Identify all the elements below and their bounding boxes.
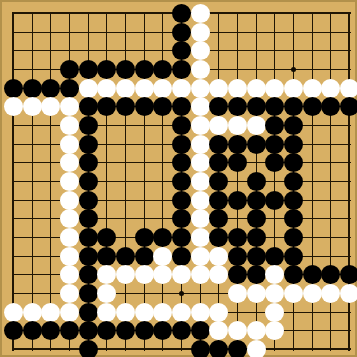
black-stone bbox=[321, 97, 340, 116]
black-stone bbox=[265, 116, 284, 135]
black-stone bbox=[284, 191, 303, 210]
black-stone bbox=[209, 191, 228, 210]
black-stone bbox=[265, 191, 284, 210]
white-stone bbox=[4, 303, 23, 322]
black-stone bbox=[135, 97, 154, 116]
black-stone bbox=[209, 340, 228, 357]
black-stone bbox=[172, 172, 191, 191]
white-stone bbox=[153, 303, 172, 322]
white-stone bbox=[191, 172, 210, 191]
black-stone bbox=[97, 321, 116, 340]
black-stone bbox=[4, 321, 23, 340]
white-stone bbox=[284, 79, 303, 98]
black-stone bbox=[247, 172, 266, 191]
white-stone bbox=[60, 153, 79, 172]
black-stone bbox=[79, 284, 98, 303]
white-stone bbox=[153, 79, 172, 98]
black-stone bbox=[172, 4, 191, 23]
white-stone bbox=[79, 79, 98, 98]
black-stone bbox=[60, 79, 79, 98]
black-stone bbox=[247, 265, 266, 284]
white-stone bbox=[23, 97, 42, 116]
white-stone bbox=[209, 116, 228, 135]
black-stone bbox=[172, 321, 191, 340]
black-stone bbox=[284, 228, 303, 247]
black-stone bbox=[79, 265, 98, 284]
black-stone bbox=[172, 116, 191, 135]
black-stone bbox=[79, 191, 98, 210]
white-stone bbox=[191, 209, 210, 228]
white-stone bbox=[97, 303, 116, 322]
white-stone bbox=[116, 79, 135, 98]
black-stone bbox=[153, 228, 172, 247]
black-stone bbox=[303, 97, 322, 116]
black-stone bbox=[116, 60, 135, 79]
white-stone bbox=[209, 79, 228, 98]
black-stone bbox=[79, 153, 98, 172]
white-stone bbox=[191, 116, 210, 135]
white-stone bbox=[135, 79, 154, 98]
white-stone bbox=[41, 97, 60, 116]
white-stone bbox=[153, 247, 172, 266]
black-stone bbox=[228, 247, 247, 266]
black-stone bbox=[79, 228, 98, 247]
white-stone bbox=[116, 265, 135, 284]
black-stone bbox=[284, 97, 303, 116]
black-stone bbox=[172, 97, 191, 116]
black-stone bbox=[79, 247, 98, 266]
white-stone bbox=[60, 116, 79, 135]
black-stone bbox=[247, 228, 266, 247]
white-stone bbox=[172, 265, 191, 284]
black-stone bbox=[23, 321, 42, 340]
black-stone bbox=[209, 97, 228, 116]
black-stone bbox=[172, 228, 191, 247]
white-stone bbox=[303, 79, 322, 98]
white-stone bbox=[60, 97, 79, 116]
white-stone bbox=[247, 79, 266, 98]
black-stone bbox=[172, 41, 191, 60]
black-stone bbox=[79, 209, 98, 228]
white-stone bbox=[209, 265, 228, 284]
black-stone bbox=[116, 321, 135, 340]
black-stone bbox=[79, 303, 98, 322]
black-stone bbox=[60, 321, 79, 340]
white-stone bbox=[116, 303, 135, 322]
black-stone bbox=[247, 191, 266, 210]
black-stone bbox=[209, 209, 228, 228]
black-stone bbox=[135, 60, 154, 79]
black-stone bbox=[284, 135, 303, 154]
white-stone bbox=[191, 265, 210, 284]
black-stone bbox=[209, 172, 228, 191]
black-stone bbox=[228, 97, 247, 116]
black-stone bbox=[284, 153, 303, 172]
black-stone bbox=[79, 60, 98, 79]
black-stone bbox=[303, 265, 322, 284]
black-stone bbox=[228, 135, 247, 154]
white-stone bbox=[97, 284, 116, 303]
white-stone bbox=[265, 303, 284, 322]
black-stone bbox=[247, 209, 266, 228]
black-stone bbox=[97, 228, 116, 247]
white-stone bbox=[60, 191, 79, 210]
black-stone bbox=[247, 97, 266, 116]
black-stone bbox=[41, 321, 60, 340]
white-stone bbox=[191, 79, 210, 98]
white-stone bbox=[209, 303, 228, 322]
black-stone bbox=[116, 247, 135, 266]
black-stone bbox=[97, 60, 116, 79]
hoshi-point bbox=[291, 67, 296, 72]
black-stone bbox=[340, 265, 357, 284]
white-stone bbox=[321, 79, 340, 98]
black-stone bbox=[79, 116, 98, 135]
white-stone bbox=[191, 60, 210, 79]
white-stone bbox=[135, 265, 154, 284]
black-stone bbox=[79, 97, 98, 116]
black-stone bbox=[153, 60, 172, 79]
white-stone bbox=[340, 79, 357, 98]
white-stone bbox=[191, 135, 210, 154]
black-stone bbox=[265, 97, 284, 116]
black-stone bbox=[284, 116, 303, 135]
black-stone bbox=[172, 247, 191, 266]
go-board[interactable] bbox=[0, 0, 357, 357]
hoshi-point bbox=[179, 291, 184, 296]
white-stone bbox=[153, 265, 172, 284]
white-stone bbox=[60, 135, 79, 154]
black-stone bbox=[79, 135, 98, 154]
black-stone bbox=[97, 247, 116, 266]
black-stone bbox=[265, 135, 284, 154]
black-stone bbox=[79, 321, 98, 340]
black-stone bbox=[172, 209, 191, 228]
black-stone bbox=[172, 23, 191, 42]
white-stone bbox=[228, 284, 247, 303]
black-stone bbox=[209, 228, 228, 247]
white-stone bbox=[228, 79, 247, 98]
white-stone bbox=[191, 228, 210, 247]
black-stone bbox=[228, 265, 247, 284]
grid-line-horizontal bbox=[12, 348, 351, 350]
white-stone bbox=[284, 284, 303, 303]
white-stone bbox=[60, 209, 79, 228]
white-stone bbox=[191, 23, 210, 42]
white-stone bbox=[172, 303, 191, 322]
black-stone bbox=[284, 265, 303, 284]
white-stone bbox=[228, 321, 247, 340]
white-stone bbox=[209, 321, 228, 340]
white-stone bbox=[60, 265, 79, 284]
white-stone bbox=[265, 284, 284, 303]
white-stone bbox=[191, 41, 210, 60]
black-stone bbox=[172, 191, 191, 210]
black-stone bbox=[135, 247, 154, 266]
black-stone bbox=[23, 79, 42, 98]
black-stone bbox=[209, 135, 228, 154]
black-stone bbox=[153, 97, 172, 116]
white-stone bbox=[191, 191, 210, 210]
white-stone bbox=[247, 116, 266, 135]
black-stone bbox=[284, 172, 303, 191]
white-stone bbox=[303, 284, 322, 303]
white-stone bbox=[191, 153, 210, 172]
white-stone bbox=[60, 228, 79, 247]
black-stone bbox=[97, 97, 116, 116]
black-stone bbox=[135, 321, 154, 340]
white-stone bbox=[172, 79, 191, 98]
black-stone bbox=[4, 79, 23, 98]
black-stone bbox=[60, 60, 79, 79]
white-stone bbox=[191, 303, 210, 322]
black-stone bbox=[340, 97, 357, 116]
black-stone bbox=[135, 228, 154, 247]
black-stone bbox=[265, 153, 284, 172]
white-stone bbox=[247, 284, 266, 303]
white-stone bbox=[97, 79, 116, 98]
white-stone bbox=[60, 303, 79, 322]
white-stone bbox=[191, 4, 210, 23]
black-stone bbox=[321, 265, 340, 284]
white-stone bbox=[321, 284, 340, 303]
black-stone bbox=[284, 247, 303, 266]
black-stone bbox=[172, 60, 191, 79]
white-stone bbox=[60, 247, 79, 266]
black-stone bbox=[172, 153, 191, 172]
white-stone bbox=[265, 79, 284, 98]
black-stone bbox=[265, 247, 284, 266]
black-stone bbox=[228, 153, 247, 172]
black-stone bbox=[228, 191, 247, 210]
black-stone bbox=[284, 209, 303, 228]
black-stone bbox=[116, 97, 135, 116]
black-stone bbox=[191, 321, 210, 340]
black-stone bbox=[228, 340, 247, 357]
white-stone bbox=[265, 265, 284, 284]
white-stone bbox=[41, 303, 60, 322]
white-stone bbox=[209, 247, 228, 266]
black-stone bbox=[79, 172, 98, 191]
white-stone bbox=[340, 284, 357, 303]
white-stone bbox=[191, 97, 210, 116]
black-stone bbox=[209, 153, 228, 172]
white-stone bbox=[60, 284, 79, 303]
black-stone bbox=[191, 340, 210, 357]
white-stone bbox=[247, 321, 266, 340]
go-game-screenshot bbox=[0, 0, 357, 357]
white-stone bbox=[23, 303, 42, 322]
black-stone bbox=[153, 321, 172, 340]
white-stone bbox=[4, 97, 23, 116]
black-stone bbox=[79, 340, 98, 357]
white-stone bbox=[247, 340, 266, 357]
white-stone bbox=[135, 303, 154, 322]
white-stone bbox=[228, 116, 247, 135]
white-stone bbox=[97, 265, 116, 284]
white-stone bbox=[60, 172, 79, 191]
white-stone bbox=[265, 321, 284, 340]
black-stone bbox=[41, 79, 60, 98]
black-stone bbox=[247, 247, 266, 266]
white-stone bbox=[191, 247, 210, 266]
black-stone bbox=[172, 135, 191, 154]
black-stone bbox=[228, 228, 247, 247]
black-stone bbox=[247, 135, 266, 154]
